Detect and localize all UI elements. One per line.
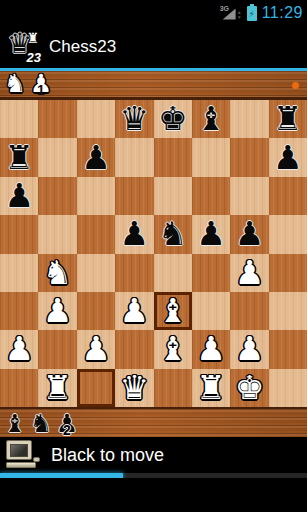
square-b3[interactable]: ♟ — [38, 292, 76, 330]
square-d6[interactable] — [115, 177, 153, 215]
black-bishop-icon: ♝ — [4, 411, 26, 437]
square-e1[interactable] — [154, 369, 192, 407]
turn-status-text: Black to move — [51, 445, 164, 466]
android-status-bar: 3G ▲▼ ⚡ 11:29 — [0, 0, 307, 25]
square-f6[interactable] — [192, 177, 230, 215]
square-h7[interactable]: ♟ — [269, 138, 307, 176]
square-h5[interactable] — [269, 215, 307, 253]
square-a6[interactable]: ♟ — [0, 177, 38, 215]
square-b1[interactable]: ♜ — [38, 369, 76, 407]
network-type-label: 3G — [220, 5, 229, 12]
captured-tray-bottom: ♝♞♟2 — [0, 407, 307, 437]
square-f3[interactable] — [192, 292, 230, 330]
app-title: Chess23 — [49, 37, 116, 57]
piece-white-rook: ♜ — [43, 369, 73, 407]
piece-white-knight: ♞ — [43, 254, 73, 292]
black-knight-icon: ♞ — [30, 411, 52, 437]
piece-black-pawn: ♟ — [81, 139, 111, 177]
square-c6[interactable] — [77, 177, 115, 215]
square-c3[interactable] — [77, 292, 115, 330]
engine-thinking-indicator — [292, 82, 299, 89]
square-a8[interactable] — [0, 100, 38, 138]
square-d5[interactable]: ♟ — [115, 215, 153, 253]
piece-white-pawn: ♟ — [4, 330, 34, 368]
square-d1[interactable]: ♛ — [115, 369, 153, 407]
captured-black-knight: ♞ — [28, 411, 54, 437]
square-h3[interactable] — [269, 292, 307, 330]
square-a1[interactable] — [0, 369, 38, 407]
app-icon-number: 23 — [27, 50, 41, 65]
signal-strength-icon: 3G ▲▼ — [220, 5, 242, 21]
computer-keyboard-icon — [6, 462, 36, 468]
piece-black-pawn: ♟ — [273, 139, 303, 177]
square-g6[interactable] — [230, 177, 268, 215]
piece-white-rook: ♜ — [196, 369, 226, 407]
square-d7[interactable] — [115, 138, 153, 176]
captured-tray-top: ♞♟1 — [0, 71, 307, 100]
square-f7[interactable] — [192, 138, 230, 176]
captured-count-badge: 1 — [37, 83, 45, 97]
white-knight-icon: ♞ — [4, 71, 26, 97]
square-g8[interactable] — [230, 100, 268, 138]
square-c1[interactable] — [77, 369, 115, 407]
square-d4[interactable] — [115, 254, 153, 292]
piece-white-pawn: ♟ — [120, 292, 150, 330]
piece-white-pawn: ♟ — [196, 330, 226, 368]
piece-white-king: ♚ — [235, 369, 265, 407]
square-e8[interactable]: ♚ — [154, 100, 192, 138]
bottom-spacer — [0, 478, 307, 512]
piece-white-pawn: ♟ — [43, 292, 73, 330]
square-g3[interactable] — [230, 292, 268, 330]
piece-white-bishop: ♝ — [158, 292, 188, 330]
square-h1[interactable] — [269, 369, 307, 407]
square-a4[interactable] — [0, 254, 38, 292]
piece-white-bishop: ♝ — [158, 330, 188, 368]
square-g2[interactable]: ♟ — [230, 330, 268, 368]
piece-black-pawn: ♟ — [120, 215, 150, 253]
captured-black-pawn: ♟2 — [54, 411, 80, 437]
square-c8[interactable] — [77, 100, 115, 138]
white-rook-icon: ♜ — [26, 30, 39, 46]
square-a3[interactable] — [0, 292, 38, 330]
square-d8[interactable]: ♛ — [115, 100, 153, 138]
game-status-bar: Black to move — [0, 437, 307, 473]
square-a7[interactable]: ♜ — [0, 138, 38, 176]
square-d2[interactable] — [115, 330, 153, 368]
captured-white-knight: ♞ — [2, 71, 28, 97]
piece-white-pawn: ♟ — [235, 330, 265, 368]
piece-white-pawn: ♟ — [81, 330, 111, 368]
captured-white-pawn: ♟1 — [28, 71, 54, 97]
square-e3[interactable]: ♝ — [154, 292, 192, 330]
piece-white-pawn: ♟ — [235, 254, 265, 292]
square-e5[interactable]: ♞ — [154, 215, 192, 253]
computer-mouse-icon — [33, 457, 40, 462]
chess-board: ♛♚♝♜♜♟♟♟♟♞♟♟♞♟♟♟♝♟♟♝♟♟♜♛♜♚ — [0, 100, 307, 407]
piece-white-queen: ♛ — [120, 369, 150, 407]
square-f5[interactable]: ♟ — [192, 215, 230, 253]
square-e6[interactable] — [154, 177, 192, 215]
square-b6[interactable] — [38, 177, 76, 215]
square-b4[interactable]: ♞ — [38, 254, 76, 292]
piece-black-rook: ♜ — [4, 139, 34, 177]
square-a5[interactable] — [0, 215, 38, 253]
battery-charging-icon: ⚡ — [247, 6, 257, 21]
square-e4[interactable] — [154, 254, 192, 292]
piece-black-queen: ♛ — [120, 100, 150, 138]
square-b8[interactable] — [38, 100, 76, 138]
square-f1[interactable]: ♜ — [192, 369, 230, 407]
data-activity-icon: ▲▼ — [237, 10, 242, 20]
piece-black-pawn: ♟ — [4, 177, 34, 215]
square-c5[interactable] — [77, 215, 115, 253]
square-e2[interactable]: ♝ — [154, 330, 192, 368]
square-b2[interactable] — [38, 330, 76, 368]
square-h2[interactable] — [269, 330, 307, 368]
square-d3[interactable]: ♟ — [115, 292, 153, 330]
captured-black-bishop: ♝ — [2, 411, 28, 437]
computer-screen-icon — [10, 444, 28, 457]
square-g4[interactable]: ♟ — [230, 254, 268, 292]
computer-icon — [6, 439, 40, 471]
app-title-bar: ♛ ♜ 23 Chess23 — [0, 25, 307, 68]
square-h6[interactable] — [269, 177, 307, 215]
piece-black-pawn: ♟ — [235, 215, 265, 253]
square-c7[interactable]: ♟ — [77, 138, 115, 176]
square-h4[interactable] — [269, 254, 307, 292]
square-f8[interactable]: ♝ — [192, 100, 230, 138]
square-g7[interactable] — [230, 138, 268, 176]
square-g1[interactable]: ♚ — [230, 369, 268, 407]
computer-monitor-icon — [6, 440, 32, 460]
square-a2[interactable]: ♟ — [0, 330, 38, 368]
piece-black-king: ♚ — [158, 100, 188, 138]
square-g5[interactable]: ♟ — [230, 215, 268, 253]
square-f4[interactable] — [192, 254, 230, 292]
square-e7[interactable] — [154, 138, 192, 176]
square-f2[interactable]: ♟ — [192, 330, 230, 368]
chess23-app-screen: 3G ▲▼ ⚡ 11:29 ♛ ♜ 23 Chess23 ♞♟1 ♛♚♝♜♜♟♟… — [0, 0, 307, 512]
lightning-bolt-icon: ⚡ — [248, 9, 254, 19]
status-bar-clock: 11:29 — [262, 4, 303, 22]
square-c4[interactable] — [77, 254, 115, 292]
square-c2[interactable]: ♟ — [77, 330, 115, 368]
piece-black-bishop: ♝ — [196, 100, 226, 138]
square-b7[interactable] — [38, 138, 76, 176]
square-b5[interactable] — [38, 215, 76, 253]
piece-black-knight: ♞ — [158, 215, 188, 253]
captured-count-badge: 2 — [63, 423, 71, 437]
piece-black-pawn: ♟ — [196, 215, 226, 253]
piece-black-rook: ♜ — [273, 100, 303, 138]
chess23-app-icon: ♛ ♜ 23 — [9, 29, 39, 65]
square-h8[interactable]: ♜ — [269, 100, 307, 138]
